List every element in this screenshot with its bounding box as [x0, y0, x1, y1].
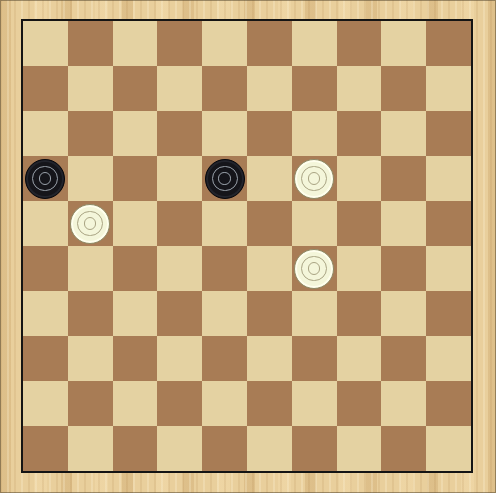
- board-square[interactable]: [247, 291, 292, 336]
- board-square[interactable]: [68, 426, 113, 471]
- board-square[interactable]: [68, 336, 113, 381]
- board-square[interactable]: [292, 426, 337, 471]
- board-square[interactable]: [23, 66, 68, 111]
- board-square[interactable]: [202, 156, 247, 201]
- board-square[interactable]: [247, 246, 292, 291]
- board-square[interactable]: [247, 156, 292, 201]
- board-square[interactable]: [381, 291, 426, 336]
- board-square[interactable]: [23, 111, 68, 156]
- board-square[interactable]: [113, 246, 158, 291]
- board-square[interactable]: [113, 426, 158, 471]
- board-square[interactable]: [23, 21, 68, 66]
- board-square[interactable]: [202, 381, 247, 426]
- board-square[interactable]: [381, 381, 426, 426]
- board-square[interactable]: [337, 291, 382, 336]
- board-square[interactable]: [202, 21, 247, 66]
- board-square[interactable]: [157, 156, 202, 201]
- board-square[interactable]: [113, 156, 158, 201]
- board-square[interactable]: [202, 111, 247, 156]
- board-square[interactable]: [337, 111, 382, 156]
- board-square[interactable]: [202, 66, 247, 111]
- board-square[interactable]: [68, 21, 113, 66]
- piece-center-circle: [84, 217, 96, 229]
- white-man-piece[interactable]: [294, 249, 334, 289]
- board-square[interactable]: [381, 66, 426, 111]
- white-man-piece[interactable]: [70, 204, 110, 244]
- board-square[interactable]: [292, 291, 337, 336]
- board-square[interactable]: [247, 336, 292, 381]
- board-square[interactable]: [23, 381, 68, 426]
- board-square[interactable]: [337, 21, 382, 66]
- board-square[interactable]: [113, 336, 158, 381]
- board-square[interactable]: [157, 381, 202, 426]
- board-square[interactable]: [426, 111, 471, 156]
- board-square[interactable]: [292, 156, 337, 201]
- board-square[interactable]: [202, 246, 247, 291]
- board-square[interactable]: [247, 201, 292, 246]
- board-square[interactable]: [23, 426, 68, 471]
- piece-center-circle: [308, 262, 320, 274]
- board-square[interactable]: [68, 66, 113, 111]
- board-square[interactable]: [68, 291, 113, 336]
- board-square[interactable]: [381, 246, 426, 291]
- board-square[interactable]: [426, 381, 471, 426]
- board-square[interactable]: [157, 246, 202, 291]
- board-square[interactable]: [113, 21, 158, 66]
- board-square[interactable]: [426, 336, 471, 381]
- board-square[interactable]: [157, 201, 202, 246]
- board-square[interactable]: [68, 111, 113, 156]
- board-square[interactable]: [157, 336, 202, 381]
- piece-center-circle: [39, 172, 51, 184]
- board-square[interactable]: [426, 21, 471, 66]
- board-square[interactable]: [381, 111, 426, 156]
- board-square[interactable]: [381, 336, 426, 381]
- board-square[interactable]: [157, 426, 202, 471]
- board-square[interactable]: [157, 291, 202, 336]
- draughts-game-screenshot: [0, 0, 496, 493]
- board-square[interactable]: [247, 426, 292, 471]
- board-square[interactable]: [157, 111, 202, 156]
- board-square[interactable]: [113, 111, 158, 156]
- board-square[interactable]: [23, 156, 68, 201]
- board-square[interactable]: [247, 21, 292, 66]
- board-square[interactable]: [68, 246, 113, 291]
- board-square[interactable]: [113, 201, 158, 246]
- board-square[interactable]: [23, 246, 68, 291]
- board-square[interactable]: [202, 336, 247, 381]
- board-square[interactable]: [426, 426, 471, 471]
- board-square[interactable]: [202, 291, 247, 336]
- board-square[interactable]: [292, 246, 337, 291]
- board-square[interactable]: [381, 426, 426, 471]
- board-square[interactable]: [337, 246, 382, 291]
- board-square[interactable]: [202, 426, 247, 471]
- board-square[interactable]: [157, 21, 202, 66]
- board-square[interactable]: [23, 201, 68, 246]
- board-square[interactable]: [337, 156, 382, 201]
- board-square[interactable]: [381, 156, 426, 201]
- black-man-piece[interactable]: [205, 159, 245, 199]
- board-square[interactable]: [68, 156, 113, 201]
- board-square[interactable]: [337, 381, 382, 426]
- board-square[interactable]: [113, 381, 158, 426]
- board-square[interactable]: [113, 66, 158, 111]
- board-square[interactable]: [337, 201, 382, 246]
- checkers-board: [21, 19, 473, 473]
- board-square[interactable]: [292, 66, 337, 111]
- board-square[interactable]: [337, 66, 382, 111]
- piece-center-circle: [218, 172, 230, 184]
- board-square[interactable]: [68, 381, 113, 426]
- board-square[interactable]: [426, 291, 471, 336]
- board-square[interactable]: [247, 111, 292, 156]
- white-man-piece[interactable]: [294, 159, 334, 199]
- board-square[interactable]: [68, 201, 113, 246]
- board-square[interactable]: [157, 66, 202, 111]
- board-square[interactable]: [426, 66, 471, 111]
- board-square[interactable]: [426, 201, 471, 246]
- board-square[interactable]: [381, 21, 426, 66]
- board-square[interactable]: [113, 291, 158, 336]
- board-square[interactable]: [292, 336, 337, 381]
- board-square[interactable]: [292, 201, 337, 246]
- board-square[interactable]: [292, 381, 337, 426]
- black-man-piece[interactable]: [25, 159, 65, 199]
- board-square[interactable]: [202, 201, 247, 246]
- board-square[interactable]: [337, 336, 382, 381]
- board-square[interactable]: [247, 66, 292, 111]
- piece-center-circle: [308, 172, 320, 184]
- board-square[interactable]: [23, 336, 68, 381]
- board-square[interactable]: [23, 291, 68, 336]
- board-square[interactable]: [426, 156, 471, 201]
- board-square[interactable]: [381, 201, 426, 246]
- board-square[interactable]: [292, 111, 337, 156]
- board-square[interactable]: [292, 21, 337, 66]
- board-square[interactable]: [337, 426, 382, 471]
- board-square[interactable]: [247, 381, 292, 426]
- board-square[interactable]: [426, 246, 471, 291]
